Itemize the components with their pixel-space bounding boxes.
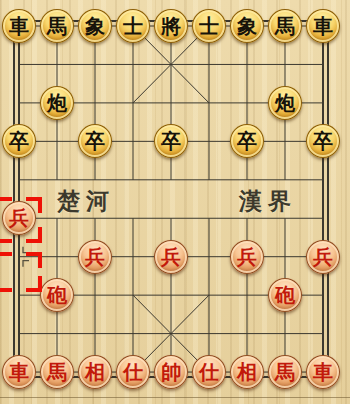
piece-black-cannon[interactable]: 炮 [268,86,302,120]
piece-glyph: 相 [85,362,105,382]
piece-red-cannon[interactable]: 砲 [40,278,74,312]
piece-black-elephant[interactable]: 象 [78,9,112,43]
piece-glyph: 卒 [161,131,181,151]
piece-glyph: 士 [199,16,219,36]
piece-glyph: 帥 [161,362,181,382]
piece-glyph: 砲 [47,285,67,305]
piece-black-cannon[interactable]: 炮 [40,86,74,120]
piece-black-elephant[interactable]: 象 [230,9,264,43]
piece-black-chariot[interactable]: 車 [2,9,36,43]
piece-red-soldier[interactable]: 兵 [306,240,340,274]
piece-red-soldier[interactable]: 兵 [154,240,188,274]
piece-red-horse[interactable]: 馬 [268,355,302,389]
piece-black-soldier[interactable]: 卒 [154,124,188,158]
piece-glyph: 炮 [275,93,295,113]
piece-glyph: 馬 [47,16,67,36]
piece-red-cannon[interactable]: 砲 [268,278,302,312]
piece-red-general[interactable]: 帥 [154,355,188,389]
piece-black-soldier[interactable]: 卒 [2,124,36,158]
piece-red-chariot[interactable]: 車 [306,355,340,389]
piece-glyph: 兵 [237,247,257,267]
piece-glyph: 車 [313,362,333,382]
piece-glyph: 砲 [275,285,295,305]
piece-red-horse[interactable]: 馬 [40,355,74,389]
piece-glyph: 車 [9,362,29,382]
piece-glyph: 卒 [85,131,105,151]
piece-glyph: 兵 [313,247,333,267]
piece-glyph: 兵 [85,247,105,267]
piece-glyph: 象 [85,16,105,36]
piece-black-advisor[interactable]: 士 [192,9,226,43]
piece-red-elephant[interactable]: 相 [78,355,112,389]
piece-black-advisor[interactable]: 士 [116,9,150,43]
piece-black-general[interactable]: 將 [154,9,188,43]
piece-black-soldier[interactable]: 卒 [230,124,264,158]
piece-glyph: 卒 [237,131,257,151]
pieces-layer: 車馬象士將士象馬車炮炮卒卒卒卒卒兵兵兵兵兵砲砲車馬相仕帥仕相馬車 [0,0,350,404]
piece-glyph: 馬 [275,362,295,382]
piece-black-soldier[interactable]: 卒 [78,124,112,158]
piece-glyph: 象 [237,16,257,36]
piece-glyph: 卒 [9,131,29,151]
piece-glyph: 士 [123,16,143,36]
piece-glyph: 仕 [123,362,143,382]
piece-red-advisor[interactable]: 仕 [116,355,150,389]
piece-glyph: 卒 [313,131,333,151]
xiangqi-board[interactable]: 楚河 漢界 車馬象士將士象馬車炮炮卒卒卒卒卒兵兵兵兵兵砲砲車馬相仕帥仕相馬車 [0,0,350,404]
piece-black-horse[interactable]: 馬 [268,9,302,43]
piece-glyph: 仕 [199,362,219,382]
piece-glyph: 相 [237,362,257,382]
piece-glyph: 炮 [47,93,67,113]
piece-glyph: 車 [9,16,29,36]
piece-glyph: 馬 [275,16,295,36]
piece-glyph: 車 [313,16,333,36]
piece-red-soldier[interactable]: 兵 [230,240,264,274]
piece-red-soldier[interactable]: 兵 [78,240,112,274]
table-edge-line [0,397,350,398]
piece-black-soldier[interactable]: 卒 [306,124,340,158]
piece-red-chariot[interactable]: 車 [2,355,36,389]
piece-glyph: 馬 [47,362,67,382]
piece-glyph: 兵 [161,247,181,267]
piece-glyph: 兵 [9,208,29,228]
piece-black-horse[interactable]: 馬 [40,9,74,43]
piece-red-advisor[interactable]: 仕 [192,355,226,389]
piece-red-elephant[interactable]: 相 [230,355,264,389]
piece-black-chariot[interactable]: 車 [306,9,340,43]
piece-red-soldier[interactable]: 兵 [2,201,36,235]
piece-glyph: 將 [161,16,181,36]
